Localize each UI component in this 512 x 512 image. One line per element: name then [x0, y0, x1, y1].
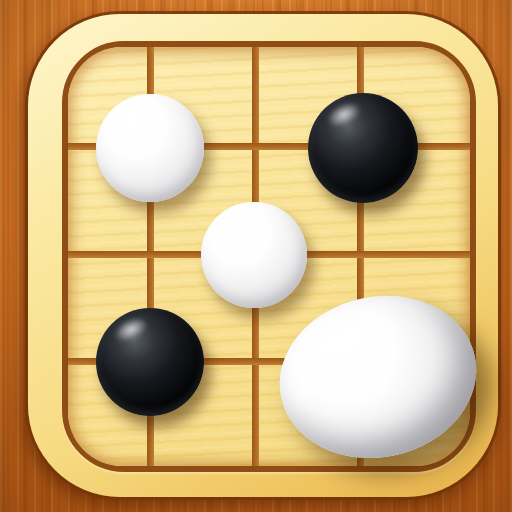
white-stone	[96, 94, 204, 202]
stones-layer	[0, 0, 512, 512]
stone-highlight	[323, 97, 365, 132]
black-stone	[308, 93, 418, 203]
oversized-white-stone	[265, 278, 492, 476]
stone-highlight	[212, 204, 260, 245]
black-stone	[96, 308, 204, 416]
stone-highlight	[287, 353, 321, 413]
white-stone	[201, 202, 307, 308]
stone-highlight	[284, 297, 403, 387]
stone-highlight	[107, 97, 155, 138]
go-app-icon[interactable]	[0, 0, 512, 512]
stone-highlight	[111, 312, 152, 346]
